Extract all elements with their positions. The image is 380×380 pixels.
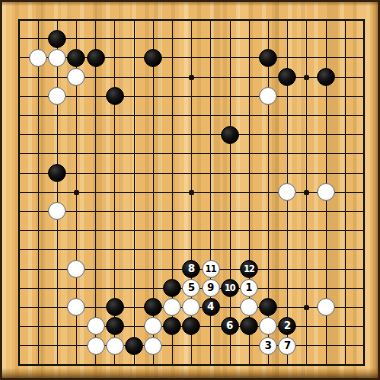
- stone-white: [259, 317, 277, 335]
- board-intersection: [144, 336, 163, 355]
- move-number: 4: [207, 302, 214, 312]
- board-intersection: [259, 48, 278, 67]
- stone-black: [125, 337, 143, 355]
- stone-black: [163, 279, 181, 297]
- board-intersection: [278, 183, 297, 202]
- board-intersection: 12: [239, 259, 258, 278]
- board-intersection: [163, 298, 182, 317]
- stone-white: [48, 49, 66, 67]
- stone-black: [221, 126, 239, 144]
- board-intersection: [86, 317, 105, 336]
- board-intersection: [48, 87, 67, 106]
- board-intersection: [163, 317, 182, 336]
- board-intersection: [144, 317, 163, 336]
- board-intersection: [144, 298, 163, 317]
- move-number: 5: [188, 283, 195, 293]
- stone-black: 12: [240, 260, 258, 278]
- stone-white: [87, 337, 105, 355]
- board-intersection: [144, 48, 163, 67]
- board-intersection: [86, 336, 105, 355]
- board-intersection: [67, 298, 86, 317]
- board-intersection: [48, 29, 67, 48]
- move-number: 12: [244, 265, 255, 274]
- board-intersection: 10: [220, 279, 239, 298]
- board-intersection: [67, 48, 86, 67]
- board-intersection: 3: [259, 336, 278, 355]
- board-intersection: [86, 48, 105, 67]
- move-number: 6: [226, 321, 233, 331]
- board-intersection: 8: [182, 259, 201, 278]
- board-intersection: [259, 298, 278, 317]
- board-intersection: [48, 163, 67, 182]
- stone-black: [87, 49, 105, 67]
- stone-white: [144, 337, 162, 355]
- move-number: 3: [265, 341, 272, 351]
- board-intersection: [182, 298, 201, 317]
- stone-white: [240, 298, 258, 316]
- board-edge-top: [2, 2, 378, 6]
- stone-black: 2: [278, 317, 296, 335]
- stone-white: [317, 298, 335, 316]
- stone-white: [29, 49, 47, 67]
- stone-black: [240, 317, 258, 335]
- stone-white: 11: [202, 260, 220, 278]
- move-number: 11: [205, 265, 216, 274]
- stone-black: [67, 49, 85, 67]
- stone-black: [106, 87, 124, 105]
- move-number: 2: [284, 321, 291, 331]
- stone-black: [278, 68, 296, 86]
- board-intersection: [163, 279, 182, 298]
- stone-white: [144, 317, 162, 335]
- board-intersection: [48, 202, 67, 221]
- stone-black: [48, 164, 66, 182]
- stone-black: [144, 49, 162, 67]
- board-intersection: [316, 183, 335, 202]
- move-number: 10: [225, 284, 236, 293]
- stone-black: 4: [202, 298, 220, 316]
- stone-white: [67, 298, 85, 316]
- board-intersection: [239, 298, 258, 317]
- board-intersection: [67, 259, 86, 278]
- board-intersection: 7: [278, 336, 297, 355]
- board-intersection: [316, 298, 335, 317]
- stone-white: [48, 87, 66, 105]
- board-intersection: [105, 298, 124, 317]
- board-intersection: [259, 87, 278, 106]
- board-intersection: 4: [201, 298, 220, 317]
- board-intersection: 6: [220, 317, 239, 336]
- board-intersection: [124, 336, 143, 355]
- board-intersection: [182, 317, 201, 336]
- stones-layer: 811125910146237: [9, 10, 374, 375]
- board-intersection: 1: [239, 279, 258, 298]
- stone-white: 1: [240, 279, 258, 297]
- stone-white: [163, 298, 181, 316]
- board-intersection: [220, 125, 239, 144]
- board-intersection: [259, 317, 278, 336]
- board-intersection: 9: [201, 279, 220, 298]
- stone-black: [144, 298, 162, 316]
- stone-black: [259, 298, 277, 316]
- stone-black: [106, 298, 124, 316]
- stone-black: 6: [221, 317, 239, 335]
- board-intersection: [278, 67, 297, 86]
- stone-white: [278, 183, 296, 201]
- board-intersection: [67, 67, 86, 86]
- move-number: 7: [284, 341, 291, 351]
- stone-white: [87, 317, 105, 335]
- stone-black: [163, 317, 181, 335]
- stone-white: [259, 87, 277, 105]
- board-intersection: 5: [182, 279, 201, 298]
- stone-white: [67, 68, 85, 86]
- go-board: 811125910146237: [0, 0, 380, 380]
- stone-black: 8: [182, 260, 200, 278]
- stone-white: 9: [202, 279, 220, 297]
- stone-black: [106, 317, 124, 335]
- stone-black: 10: [221, 279, 239, 297]
- stone-white: [67, 260, 85, 278]
- stone-white: 3: [259, 337, 277, 355]
- move-number: 9: [207, 283, 214, 293]
- stone-black: [317, 68, 335, 86]
- stone-black: [182, 317, 200, 335]
- board-intersection: 2: [278, 317, 297, 336]
- board-intersection: [48, 48, 67, 67]
- board-intersection: 11: [201, 259, 220, 278]
- board-intersection: [105, 87, 124, 106]
- board-intersection: [316, 67, 335, 86]
- move-number: 8: [188, 264, 195, 274]
- board-intersection: [105, 317, 124, 336]
- stone-black: [259, 49, 277, 67]
- move-number: 1: [246, 283, 253, 293]
- board-intersection: [105, 336, 124, 355]
- board-intersection: [28, 48, 47, 67]
- stone-white: [182, 298, 200, 316]
- stone-white: 7: [278, 337, 296, 355]
- board-intersection: [239, 317, 258, 336]
- stone-white: [48, 202, 66, 220]
- stone-white: [317, 183, 335, 201]
- stone-white: 5: [182, 279, 200, 297]
- stone-black: [48, 30, 66, 48]
- stone-white: [106, 337, 124, 355]
